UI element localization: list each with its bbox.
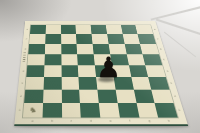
file-label-g: g [148,120,150,123]
square-a3 [25,77,43,90]
square-b2 [43,90,62,103]
square-h6 [140,44,159,54]
square-h8 [135,25,153,34]
square-c2 [61,90,80,103]
square-b8 [45,25,60,34]
rank-label-left-8: 8 [27,29,29,31]
square-a5 [27,54,44,65]
rank-label-right-1: 1 [178,109,181,111]
square-b3 [43,77,61,90]
rank-label-left-7: 7 [26,38,28,40]
square-b7 [45,34,61,44]
square-d1 [80,103,100,117]
square-b4 [44,65,61,77]
rank-label-left-2: 2 [20,95,22,97]
square-b1 [42,103,61,117]
square-c4 [61,65,79,77]
square-a1: ♞ [23,103,43,117]
file-label-a: a [31,120,33,123]
square-a8 [30,25,46,34]
square-h1 [155,103,178,117]
square-h5 [143,54,163,65]
square-d5 [77,54,95,65]
manufacturer-emblem: ♞ [29,106,38,114]
file-label-b: b [51,120,53,123]
rank-label-right-6: 6 [160,48,162,50]
square-e2 [97,90,117,103]
rank-label-left-4: 4 [22,70,24,72]
square-d7 [76,34,92,44]
square-a7 [29,34,45,44]
file-label-c: c [71,120,73,123]
rank-label-left-3: 3 [21,82,23,84]
square-c1 [61,103,80,117]
square-e1 [99,103,120,117]
file-label-d: d [90,120,92,123]
rank-label-left-1: 1 [19,109,21,111]
square-e8 [91,25,107,34]
square-d3 [79,77,98,90]
chess-board-wrapper: ♞ a88b77c66d55e44f33g22h11 [0,0,188,124]
rank-label-right-5: 5 [163,59,165,61]
square-a4 [26,65,44,77]
black-pawn: ♟ [96,54,118,82]
square-b5 [44,54,61,65]
rank-label-right-2: 2 [174,95,176,97]
square-c6 [61,44,77,54]
rank-label-right-3: 3 [170,82,172,84]
photo-scene: ♞ a88b77c66d55e44f33g22h11 ♟ [0,0,200,133]
square-d8 [76,25,92,34]
rank-label-right-8: 8 [154,29,156,31]
square-d2 [79,90,98,103]
square-c5 [61,54,78,65]
rank-label-right-7: 7 [157,38,159,40]
square-e7 [92,34,109,44]
square-h2 [151,90,173,103]
square-d4 [78,65,96,77]
square-a6 [28,44,45,54]
rank-label-left-5: 5 [24,59,26,61]
square-a2 [24,90,43,103]
square-d6 [77,44,94,54]
file-label-f: f [129,120,130,123]
square-c7 [61,34,77,44]
square-b6 [45,44,61,54]
square-h7 [138,34,156,44]
square-c8 [61,25,76,34]
file-label-h: h [168,120,171,123]
file-label-e: e [109,120,111,123]
rank-label-left-6: 6 [25,48,27,50]
square-c3 [61,77,79,90]
square-h3 [148,77,169,90]
rank-label-right-4: 4 [166,70,168,72]
square-h4 [145,65,165,77]
